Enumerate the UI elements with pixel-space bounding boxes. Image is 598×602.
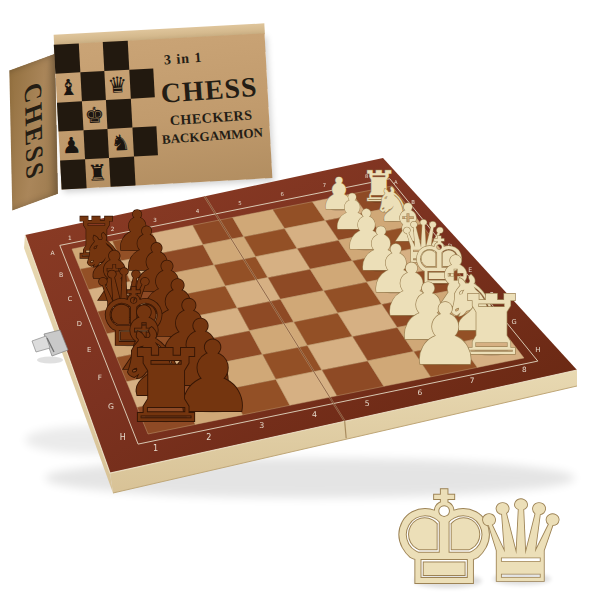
label-bottom-rank-6: 6	[417, 388, 422, 397]
label-bottom-rank-5: 5	[365, 399, 370, 408]
piece-dark-rook-h8: ♜	[121, 328, 211, 445]
label-top-rank-4: 4	[196, 208, 200, 214]
label-left-file-D: D	[77, 320, 82, 328]
label-left-file-E: E	[87, 346, 91, 354]
piece-light-pawn-h2: ♟	[407, 285, 483, 384]
label-bottom-rank-3: 3	[259, 421, 264, 430]
piece-light-queen-loose: ♛	[471, 477, 571, 602]
label-top-rank-5: 5	[238, 200, 241, 206]
chessboard-photo: 11AA22BB33CC44DD55EE66FF77GG88HH♜♟♞♟♝♟♟♜…	[0, 0, 598, 602]
label-bottom-rank-4: 4	[312, 410, 317, 419]
label-right-file-H: H	[535, 346, 540, 354]
label-left-file-F: F	[98, 373, 102, 382]
product-photo-scene: CHESS ♝♛♚♟♞♜ 3 in 1 CHESS CHECKERS BACKG…	[0, 0, 598, 602]
label-left-file-C: C	[68, 295, 73, 303]
label-left-file-B: B	[59, 271, 63, 278]
